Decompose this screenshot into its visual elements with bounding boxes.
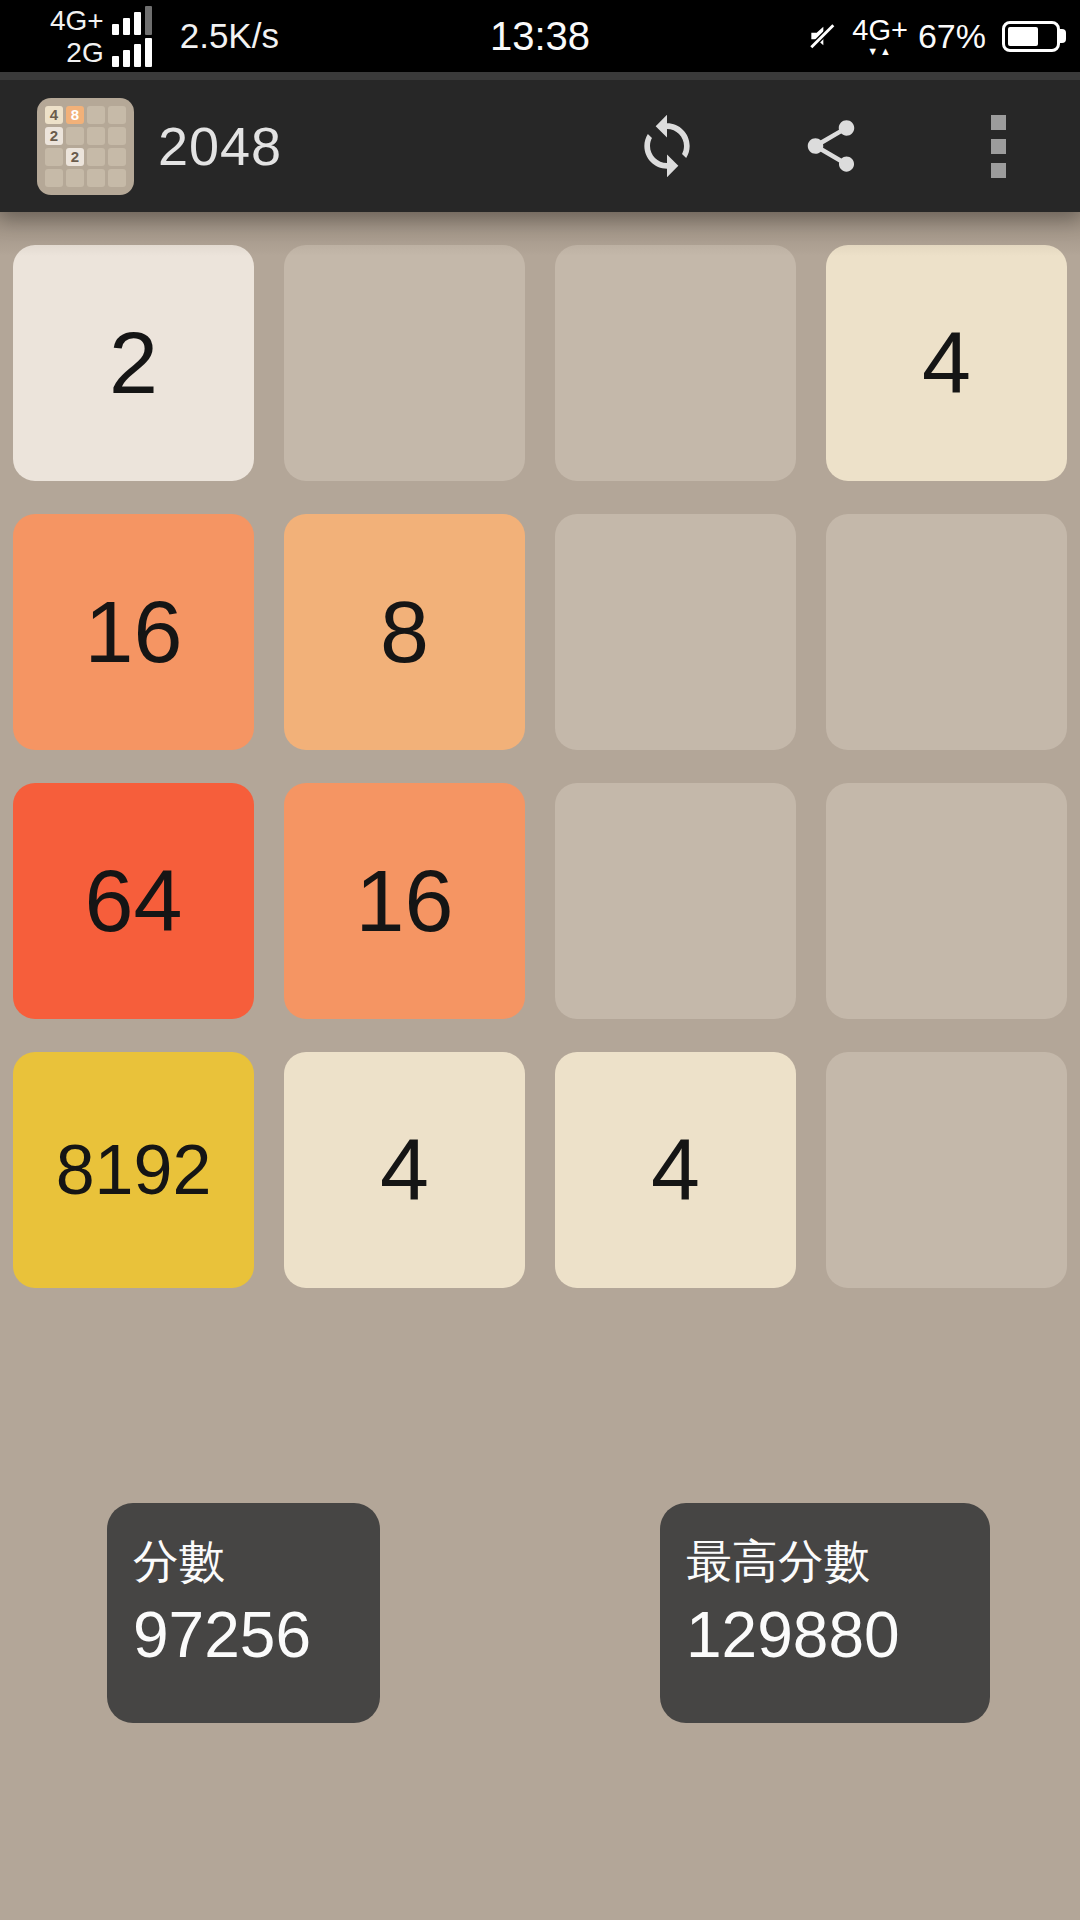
tile-r4c4 [826,1052,1067,1288]
status-right-group: 4G+ ▼▲ 67% [806,16,1060,57]
data-arrows-icon: ▼▲ [867,46,893,57]
battery-fill [1008,27,1038,46]
game-board[interactable]: 2 4 16 8 64 16 8192 4 4 [0,212,1080,1288]
battery-icon [1002,21,1060,52]
status-left-group: 4G+ 2G 2.5K/s [50,6,279,67]
tile-r4c1: 8192 [13,1052,254,1288]
tile-r3c4 [826,783,1067,1019]
sim1-row: 4G+ [50,6,152,35]
tile-r2c3 [555,514,796,750]
battery-nub [1060,29,1066,43]
sim1-network-label: 4G+ [50,7,104,35]
phone-screen: 4G+ 2G 2.5K/s 13:38 [0,0,1080,1920]
best-score-box: 最高分數 129880 [660,1503,990,1723]
tile-r3c2: 16 [284,783,525,1019]
tile-r4c3: 4 [555,1052,796,1288]
app-icon: 48 2 2 [37,98,134,195]
best-score-value: 129880 [686,1589,964,1681]
dual-sim-signal: 4G+ 2G [50,6,152,67]
tile-r1c3 [555,245,796,481]
refresh-button[interactable] [633,112,701,180]
sim2-network-label: 2G [66,39,103,67]
tile-r4c2: 4 [284,1052,525,1288]
sim1-signal-bars-icon [112,6,152,35]
score-box: 分數 97256 [107,1503,380,1723]
network-type-label: 4G+ [852,16,908,45]
network-type-indicator: 4G+ ▼▲ [852,16,908,57]
tile-r1c1: 2 [13,245,254,481]
mute-icon [806,20,838,52]
overflow-menu-button[interactable] [991,115,1006,178]
status-bar: 4G+ 2G 2.5K/s 13:38 [0,0,1080,72]
tile-r1c2 [284,245,525,481]
game-content: 2 4 16 8 64 16 8192 4 4 分數 97256 最高分數 12… [0,212,1080,1920]
sim2-row: 2G [66,38,151,67]
tile-r1c4: 4 [826,245,1067,481]
battery-percent: 67% [918,17,986,56]
tile-r2c2: 8 [284,514,525,750]
clock: 13:38 [490,14,590,59]
overflow-dot [991,115,1006,130]
tile-r3c1: 64 [13,783,254,1019]
tile-r2c1: 16 [13,514,254,750]
score-value: 97256 [133,1589,354,1681]
overflow-dot [991,163,1006,178]
app-title: 2048 [158,115,282,177]
best-score-label: 最高分數 [686,1533,964,1589]
tile-r3c3 [555,783,796,1019]
tile-r2c4 [826,514,1067,750]
sim2-signal-bars-icon [112,38,152,67]
share-button[interactable] [800,115,862,177]
score-label: 分數 [133,1533,354,1589]
network-speed: 2.5K/s [180,16,279,56]
overflow-dot [991,139,1006,154]
app-bar: 48 2 2 2048 [0,72,1080,212]
